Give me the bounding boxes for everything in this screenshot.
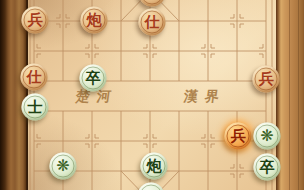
piece-green-soldier-i7[interactable]: 卒: [254, 154, 281, 181]
piece-green-face-down-hidden-piece-i6[interactable]: ❋: [254, 123, 281, 150]
piece-green-face-down-hidden-piece-b7[interactable]: ❋: [50, 153, 77, 180]
piece-green-advisor-a5[interactable]: 士: [22, 94, 49, 121]
piece-red-advisor-a4[interactable]: 仕: [21, 64, 48, 91]
piece-green-cannon-e7[interactable]: 炮: [141, 153, 168, 180]
piece-red-soldier-a2[interactable]: 兵: [22, 7, 49, 34]
piece-red-cannon-c2[interactable]: 炮: [81, 7, 108, 34]
piece-red-advisor-e2[interactable]: 仕: [139, 9, 166, 36]
piece-red-soldier-i4[interactable]: 兵: [253, 66, 280, 93]
piece-red-soldier-h6[interactable]: 兵: [225, 123, 252, 150]
river-label-han-jie: 漢界: [183, 87, 228, 105]
piece-green-soldier-c4[interactable]: 卒: [80, 65, 107, 92]
xiangqi-board-screenshot: 楚河 漢界 兵炮仕仕卒兵士兵❋❋炮卒: [0, 0, 304, 190]
